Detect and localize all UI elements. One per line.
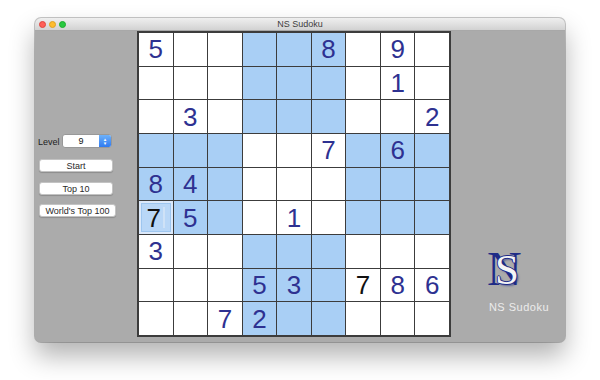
cell-digit: 2	[252, 306, 266, 332]
cell-r3c4[interactable]	[243, 100, 277, 133]
cell-r1c2[interactable]	[174, 33, 208, 66]
cell-r6c6[interactable]	[312, 201, 346, 234]
cell-r4c5[interactable]	[277, 134, 311, 167]
cell-r8c9[interactable]: 6	[415, 269, 449, 302]
cell-r3c8[interactable]	[381, 100, 415, 133]
cell-r5c5[interactable]	[277, 168, 311, 201]
cell-r4c1[interactable]	[139, 134, 173, 167]
cell-r2c7[interactable]	[346, 67, 380, 100]
cell-r6c1[interactable]: 7	[139, 201, 173, 234]
cell-r3c1[interactable]	[139, 100, 173, 133]
cell-digit: 3	[183, 104, 197, 130]
cell-r8c2[interactable]	[174, 269, 208, 302]
cell-digit: 2	[425, 104, 439, 130]
start-button[interactable]: Start	[39, 159, 113, 172]
cell-r7c5[interactable]	[277, 235, 311, 268]
text-caret	[163, 207, 165, 228]
cell-digit: 8	[321, 36, 335, 62]
cell-r6c9[interactable]	[415, 201, 449, 234]
cell-r2c1[interactable]	[139, 67, 173, 100]
cell-r5c1[interactable]: 8	[139, 168, 173, 201]
cell-r9c5[interactable]	[277, 302, 311, 335]
cell-r8c6[interactable]	[312, 269, 346, 302]
cell-r3c2[interactable]: 3	[174, 100, 208, 133]
app-logo: N S NS Sudoku	[471, 245, 567, 313]
cell-digit: 7	[218, 306, 232, 332]
window-title: NS Sudoku	[35, 18, 565, 31]
stepper-down-icon: ▾	[104, 141, 107, 145]
cell-r2c3[interactable]	[208, 67, 242, 100]
cell-digit: 8	[149, 171, 163, 197]
cell-r2c4[interactable]	[243, 67, 277, 100]
cell-r7c2[interactable]	[174, 235, 208, 268]
cell-r1c6[interactable]: 8	[312, 33, 346, 66]
worlds-top100-button[interactable]: World's Top 100	[39, 204, 116, 217]
cell-r1c4[interactable]	[243, 33, 277, 66]
cell-r3c3[interactable]	[208, 100, 242, 133]
cell-digit: 7	[147, 205, 161, 231]
cell-r5c6[interactable]	[312, 168, 346, 201]
level-value: 9	[63, 136, 99, 146]
cell-r2c9[interactable]	[415, 67, 449, 100]
sudoku-board: 589132768475135378672	[137, 31, 451, 337]
cell-r6c2[interactable]: 5	[174, 201, 208, 234]
cell-r1c7[interactable]	[346, 33, 380, 66]
level-label: Level	[38, 137, 60, 147]
cell-r4c3[interactable]	[208, 134, 242, 167]
cell-r4c2[interactable]	[174, 134, 208, 167]
cell-digit: 5	[252, 272, 266, 298]
cell-r8c5[interactable]: 3	[277, 269, 311, 302]
cell-r5c8[interactable]	[381, 168, 415, 201]
cell-r6c8[interactable]	[381, 201, 415, 234]
cell-r8c4[interactable]: 5	[243, 269, 277, 302]
cell-r4c6[interactable]: 7	[312, 134, 346, 167]
cell-r9c9[interactable]	[415, 302, 449, 335]
cell-r6c7[interactable]	[346, 201, 380, 234]
cell-r4c8[interactable]: 6	[381, 134, 415, 167]
cell-digit: 5	[183, 205, 197, 231]
cell-r2c6[interactable]	[312, 67, 346, 100]
cell-r7c4[interactable]	[243, 235, 277, 268]
cell-r1c9[interactable]	[415, 33, 449, 66]
cell-digit: 8	[390, 272, 404, 298]
cell-digit: 7	[321, 137, 335, 163]
cell-r5c3[interactable]	[208, 168, 242, 201]
cell-r1c1[interactable]: 5	[139, 33, 173, 66]
cell-digit: 3	[287, 272, 301, 298]
cell-r9c8[interactable]	[381, 302, 415, 335]
cell-r9c4[interactable]: 2	[243, 302, 277, 335]
cell-r8c1[interactable]	[139, 269, 173, 302]
logo-caption: NS Sudoku	[471, 301, 567, 313]
cell-r8c3[interactable]	[208, 269, 242, 302]
cell-r7c3[interactable]	[208, 235, 242, 268]
cell-r9c6[interactable]	[312, 302, 346, 335]
cell-r4c7[interactable]	[346, 134, 380, 167]
cell-digit: 6	[390, 137, 404, 163]
cell-r9c2[interactable]	[174, 302, 208, 335]
cell-r5c7[interactable]	[346, 168, 380, 201]
cell-r4c9[interactable]	[415, 134, 449, 167]
cell-r6c4[interactable]	[243, 201, 277, 234]
cell-digit: 6	[425, 272, 439, 298]
cell-r9c3[interactable]: 7	[208, 302, 242, 335]
cell-digit: 3	[149, 238, 163, 264]
cell-r4c4[interactable]	[243, 134, 277, 167]
cell-digit: 1	[287, 205, 301, 231]
cell-r3c7[interactable]	[346, 100, 380, 133]
cell-digit: 1	[390, 70, 404, 96]
cell-r5c9[interactable]	[415, 168, 449, 201]
cell-r3c5[interactable]	[277, 100, 311, 133]
top10-button[interactable]: Top 10	[39, 182, 113, 195]
cell-r1c5[interactable]	[277, 33, 311, 66]
logo-letter-s: S	[495, 249, 519, 291]
cell-r9c7[interactable]	[346, 302, 380, 335]
cell-r7c7[interactable]	[346, 235, 380, 268]
cell-r5c2[interactable]: 4	[174, 168, 208, 201]
cell-r2c2[interactable]	[174, 67, 208, 100]
cell-r8c7[interactable]: 7	[346, 269, 380, 302]
cell-r2c5[interactable]	[277, 67, 311, 100]
level-combobox[interactable]: 9 ▴ ▾	[62, 134, 112, 148]
title-bar: NS Sudoku	[35, 18, 565, 31]
cell-r6c5[interactable]: 1	[277, 201, 311, 234]
cell-r7c9[interactable]	[415, 235, 449, 268]
app-window: NS Sudoku Level 9 ▴ ▾ Start Top 10 World…	[35, 18, 565, 342]
cell-digit: 5	[149, 36, 163, 62]
page: NS Sudoku Level 9 ▴ ▾ Start Top 10 World…	[0, 0, 600, 380]
cell-r9c1[interactable]	[139, 302, 173, 335]
cell-digit: 7	[356, 272, 370, 298]
cell-r8c8[interactable]: 8	[381, 269, 415, 302]
cell-r5c4[interactable]	[243, 168, 277, 201]
cell-r2c8[interactable]: 1	[381, 67, 415, 100]
ns-monogram-icon: N S	[471, 245, 567, 297]
cell-digit: 4	[183, 171, 197, 197]
cell-r1c8[interactable]: 9	[381, 33, 415, 66]
cell-r6c3[interactable]	[208, 201, 242, 234]
cell-r7c8[interactable]	[381, 235, 415, 268]
cell-r3c9[interactable]: 2	[415, 100, 449, 133]
cell-r1c3[interactable]	[208, 33, 242, 66]
cell-r7c6[interactable]	[312, 235, 346, 268]
level-stepper[interactable]: ▴ ▾	[99, 135, 111, 147]
cell-r3c6[interactable]	[312, 100, 346, 133]
cell-digit: 9	[390, 36, 404, 62]
cell-r7c1[interactable]: 3	[139, 235, 173, 268]
